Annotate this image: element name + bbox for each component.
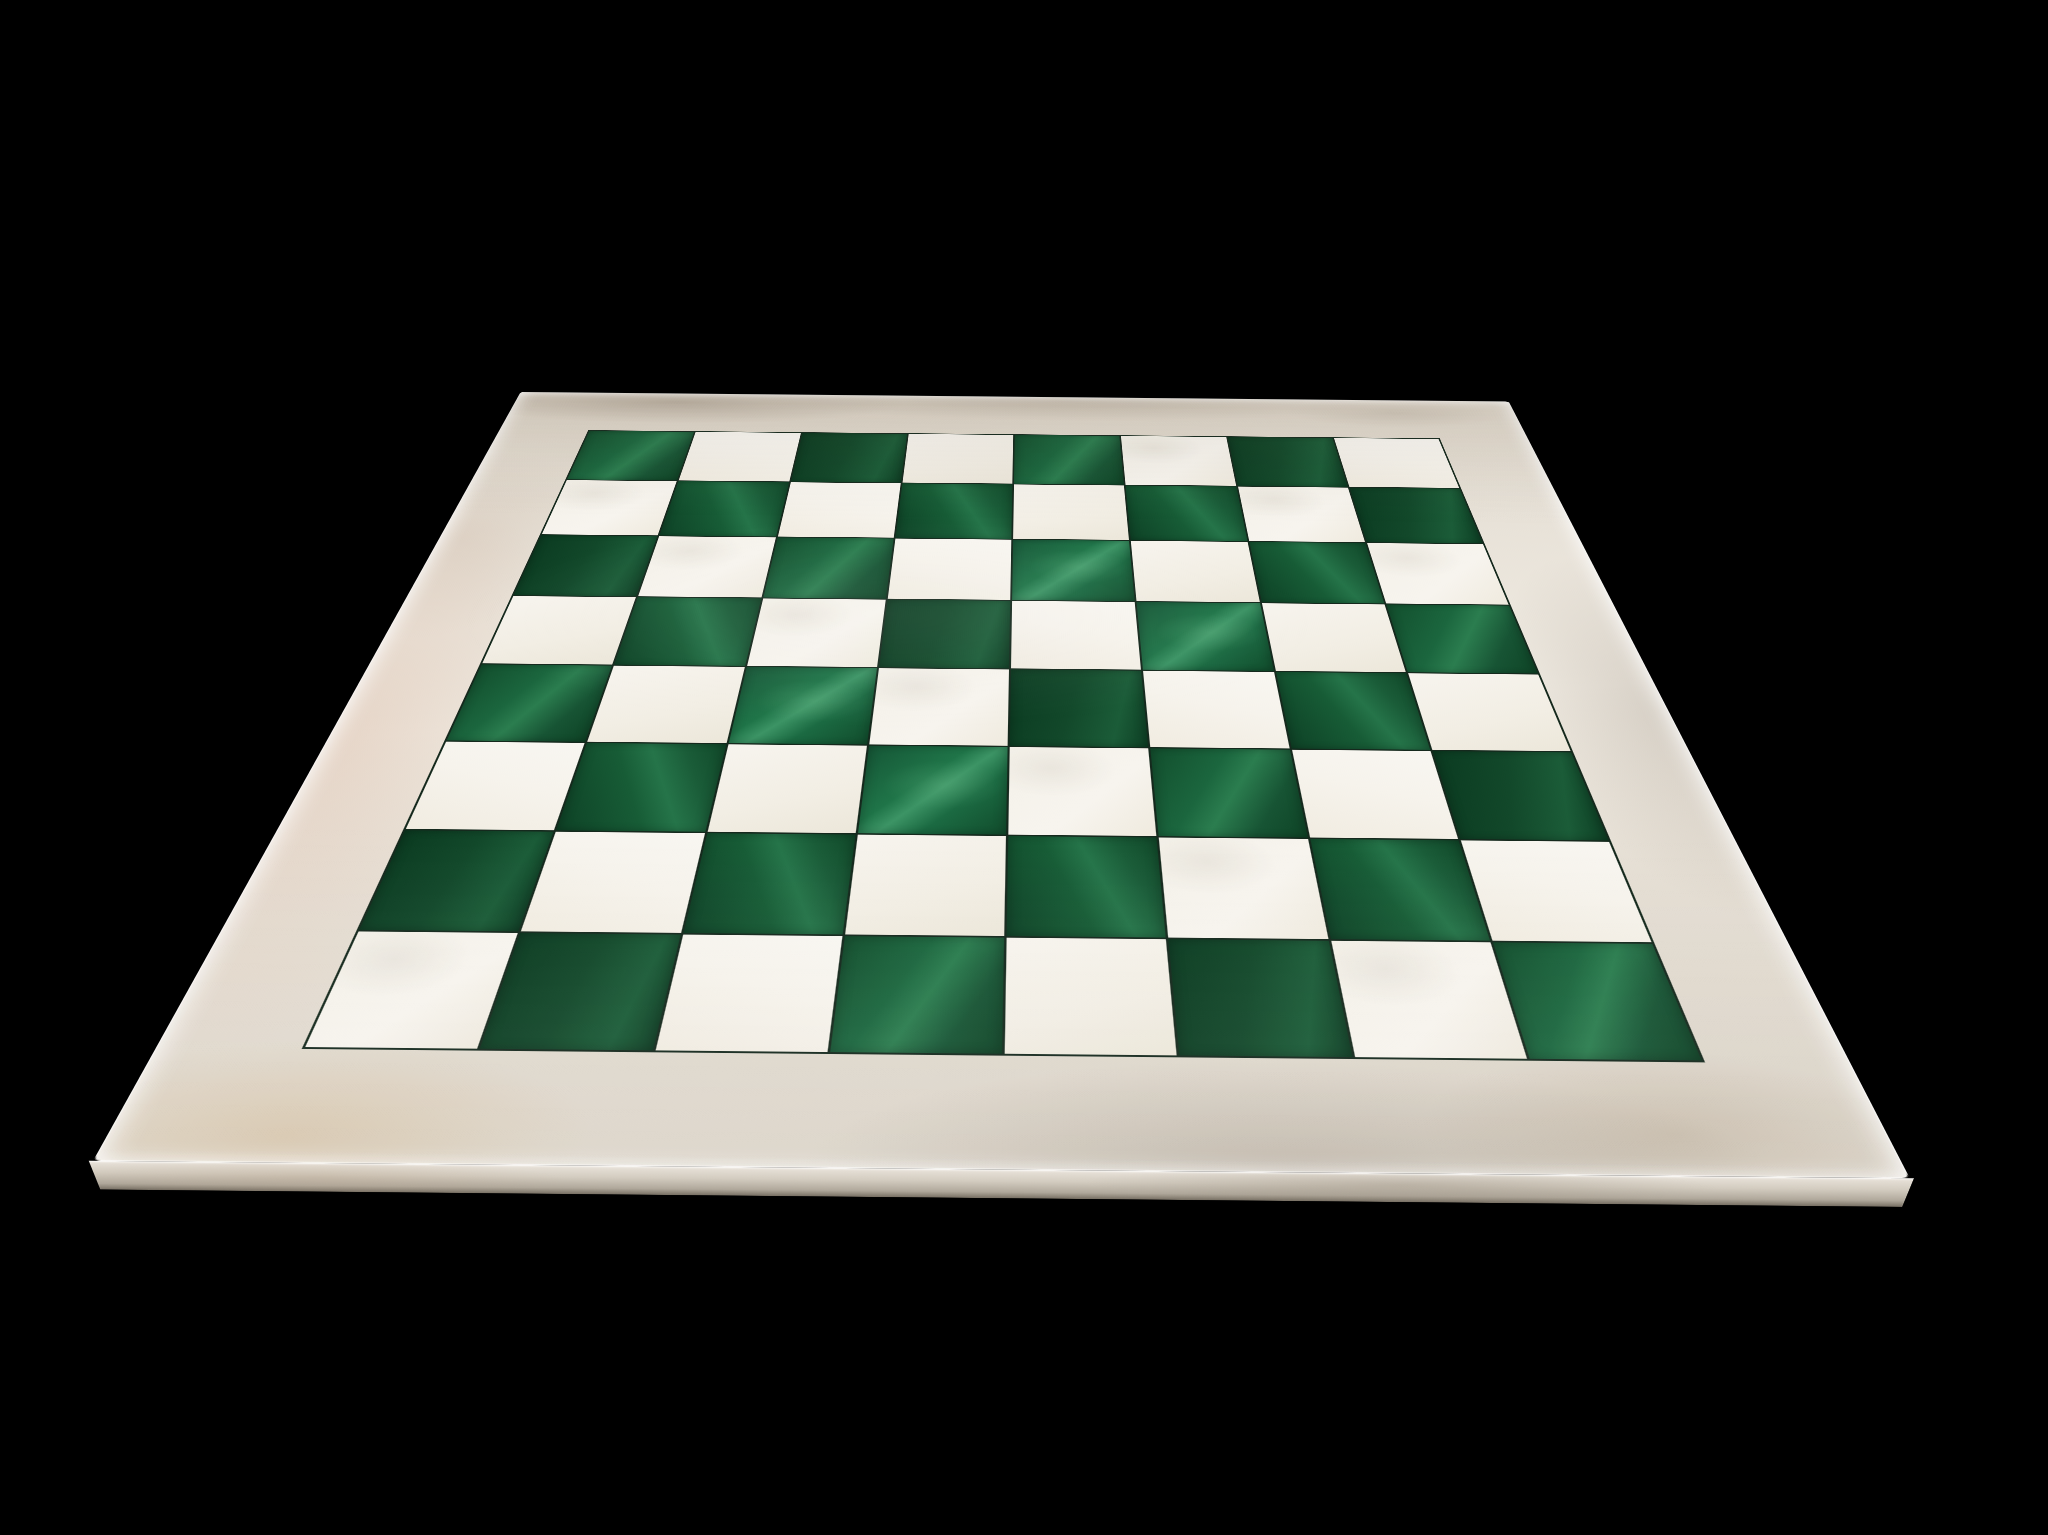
square-a5	[482, 596, 636, 665]
square-e5	[1011, 601, 1141, 670]
square-g8	[1227, 437, 1347, 487]
square-c6	[763, 537, 893, 598]
square-e8	[1014, 435, 1124, 485]
square-g1	[1331, 941, 1527, 1059]
square-h7	[1349, 488, 1482, 543]
square-h2	[1460, 840, 1651, 942]
square-d1	[830, 936, 1004, 1054]
square-a2	[359, 830, 553, 931]
square-a6	[514, 535, 658, 596]
square-f2	[1159, 837, 1328, 939]
square-a7	[542, 480, 677, 535]
square-d2	[845, 834, 1006, 936]
square-b7	[660, 481, 789, 536]
square-c8	[791, 433, 907, 483]
square-h1	[1493, 942, 1702, 1060]
square-b6	[638, 536, 775, 597]
square-f1	[1169, 939, 1352, 1057]
square-g6	[1249, 542, 1384, 604]
square-c5	[747, 598, 886, 667]
square-f8	[1121, 436, 1236, 486]
square-g7	[1238, 487, 1365, 542]
square-a4	[447, 664, 612, 741]
square-f6	[1131, 541, 1259, 603]
square-f5	[1137, 602, 1274, 671]
square-b5	[614, 597, 760, 666]
square-b1	[480, 933, 680, 1051]
square-f4	[1143, 671, 1289, 749]
square-c2	[683, 833, 855, 934]
square-g4	[1276, 672, 1430, 750]
square-c1	[655, 934, 842, 1052]
square-c7	[778, 482, 901, 537]
square-d4	[869, 668, 1009, 746]
square-d8	[902, 434, 1013, 484]
photo-background	[0, 0, 2048, 1535]
square-b2	[521, 831, 704, 932]
square-e2	[1007, 836, 1166, 938]
square-d7	[895, 483, 1012, 538]
square-a1	[305, 931, 518, 1048]
square-d6	[888, 538, 1012, 599]
square-h4	[1408, 673, 1571, 751]
square-c4	[728, 667, 876, 745]
square-b3	[557, 743, 726, 831]
square-e7	[1013, 485, 1129, 540]
square-a3	[406, 742, 585, 830]
square-b8	[679, 432, 801, 482]
square-h3	[1432, 751, 1608, 840]
square-g3	[1292, 750, 1458, 839]
chess-board	[93, 392, 1910, 1178]
square-e3	[1008, 747, 1156, 836]
square-h8	[1334, 438, 1459, 488]
square-g2	[1310, 839, 1490, 941]
square-e4	[1010, 669, 1149, 747]
square-h5	[1386, 604, 1538, 673]
square-d5	[879, 600, 1010, 669]
board-grid	[302, 430, 1705, 1062]
square-h6	[1367, 543, 1509, 605]
square-b4	[587, 666, 744, 744]
square-c3	[707, 744, 867, 832]
board-frame	[93, 392, 1910, 1178]
square-e6	[1012, 539, 1135, 600]
square-f3	[1151, 749, 1308, 838]
square-e1	[1005, 937, 1177, 1055]
square-g5	[1261, 603, 1405, 672]
square-f7	[1126, 486, 1247, 541]
square-a8	[567, 431, 694, 481]
square-d3	[858, 746, 1008, 834]
